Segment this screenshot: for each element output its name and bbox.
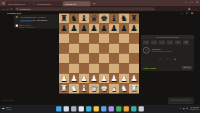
site-security-icon[interactable] bbox=[17, 8, 19, 10]
maximize-button[interactable]: □ bbox=[190, 1, 192, 4]
black-rook[interactable]: ♜ bbox=[59, 14, 69, 24]
taskbar-start-icon[interactable] bbox=[56, 106, 61, 111]
taskbar-app-orange-icon[interactable] bbox=[124, 106, 129, 111]
black-pawn[interactable]: ♟ bbox=[119, 24, 129, 34]
back-icon[interactable]: ← bbox=[3, 7, 5, 10]
square-a5[interactable] bbox=[59, 44, 69, 54]
square-a1[interactable]: ♜ bbox=[59, 84, 69, 94]
minimize-button[interactable]: – bbox=[185, 1, 186, 4]
takeback-icon[interactable]: ↶ bbox=[159, 58, 161, 61]
white-knight[interactable]: ♞ bbox=[119, 84, 129, 94]
square-h4[interactable] bbox=[129, 54, 139, 64]
taskbar-store-icon[interactable] bbox=[101, 106, 106, 111]
taskbar-widgets-icon[interactable] bbox=[79, 106, 84, 111]
square-b8[interactable]: ♞ bbox=[69, 14, 79, 24]
taskbar-app-green-icon[interactable] bbox=[116, 106, 121, 111]
browser-menu-icon[interactable]: ⋮ bbox=[195, 7, 198, 10]
square-d1[interactable]: ♛ bbox=[89, 84, 99, 94]
square-c4[interactable] bbox=[79, 54, 89, 64]
square-b1[interactable]: ♞ bbox=[69, 84, 79, 94]
player-link[interactable]: Anonymous bbox=[20, 19, 32, 21]
square-b5[interactable] bbox=[69, 44, 79, 54]
black-bishop[interactable]: ♝ bbox=[109, 14, 119, 24]
move-first-button[interactable]: « bbox=[143, 41, 149, 45]
taskbar-clock[interactable]: 7:46 PM 5/22/2023 bbox=[190, 106, 199, 110]
square-c7[interactable]: ♟ bbox=[79, 24, 89, 34]
square-h3[interactable] bbox=[129, 64, 139, 74]
square-e6[interactable] bbox=[99, 34, 109, 44]
game-meta-line: Correspondence • Casual bbox=[20, 16, 45, 18]
taskbar-edge-icon[interactable] bbox=[86, 106, 91, 111]
move-prev-button[interactable]: ‹ bbox=[151, 41, 157, 45]
resign-flag-icon[interactable]: ⚑ bbox=[174, 58, 176, 61]
black-pawn[interactable]: ♟ bbox=[59, 24, 69, 34]
show-desktop-button[interactable] bbox=[199, 106, 200, 113]
connection-status: Reconnecting bbox=[2, 100, 14, 102]
square-b6[interactable] bbox=[69, 34, 79, 44]
white-king[interactable]: ♚ bbox=[99, 84, 109, 94]
square-g1[interactable]: ♞ bbox=[119, 84, 129, 94]
white-bishop[interactable]: ♝ bbox=[79, 84, 89, 94]
black-bishop[interactable]: ♝ bbox=[79, 14, 89, 24]
game-side-panel: Correspondence game « ‹ › » ↻ ⚙ ! Your t… bbox=[141, 35, 194, 71]
white-bishop[interactable]: ♝ bbox=[109, 84, 119, 94]
square-d2[interactable]: ♟ bbox=[89, 74, 99, 84]
square-b2[interactable]: ♟ bbox=[69, 74, 79, 84]
taskbar-app-purple-icon[interactable] bbox=[109, 106, 114, 111]
square-h2[interactable]: ♟ bbox=[129, 74, 139, 84]
black-pawn[interactable]: ♟ bbox=[129, 24, 139, 34]
taskbar-task-view-icon[interactable] bbox=[71, 106, 76, 111]
square-d4[interactable] bbox=[89, 54, 99, 64]
clock-date: 5/22/2023 bbox=[190, 108, 199, 110]
white-queen[interactable]: ♛ bbox=[89, 84, 99, 94]
square-g3[interactable] bbox=[119, 64, 129, 74]
square-d8[interactable]: ♛ bbox=[89, 14, 99, 24]
browser-logo-icon bbox=[2, 2, 5, 5]
taskbar-app-gray-icon[interactable] bbox=[139, 106, 144, 111]
square-f5[interactable] bbox=[109, 44, 119, 54]
search-icon[interactable]: ○ bbox=[181, 12, 183, 15]
square-g8[interactable]: ♞ bbox=[119, 14, 129, 24]
black-rook[interactable]: ♜ bbox=[129, 14, 139, 24]
square-e1[interactable]: ♚ bbox=[99, 84, 109, 94]
square-g7[interactable]: ♟ bbox=[119, 24, 129, 34]
browser-profile-avatar[interactable] bbox=[188, 8, 191, 11]
reload-icon[interactable]: ↻ bbox=[11, 7, 13, 10]
square-e8[interactable]: ♚ bbox=[99, 14, 109, 24]
players-line: Anonymous vs Anonymous bbox=[20, 19, 47, 21]
square-h1[interactable]: ♜ bbox=[129, 84, 139, 94]
black-knight[interactable]: ♞ bbox=[119, 14, 129, 24]
white-pawn[interactable]: ♟ bbox=[109, 74, 119, 84]
black-pawn[interactable]: ♟ bbox=[69, 24, 79, 34]
square-a7[interactable]: ♟ bbox=[59, 24, 69, 34]
square-c3[interactable] bbox=[79, 64, 89, 74]
square-f6[interactable] bbox=[109, 34, 119, 44]
square-g6[interactable] bbox=[119, 34, 129, 44]
weather-condition: Cloudy bbox=[6, 108, 12, 110]
white-pawn[interactable]: ♟ bbox=[119, 74, 129, 84]
lichess-page: lichess.org Play Puzzles Learn Watch Com… bbox=[0, 12, 200, 106]
square-b7[interactable]: ♟ bbox=[69, 24, 79, 34]
bookmark-star-icon[interactable]: ☆ bbox=[153, 8, 155, 11]
white-rook[interactable]: ♜ bbox=[59, 84, 69, 94]
square-c1[interactable]: ♝ bbox=[79, 84, 89, 94]
system-tray: ∧ ▲ ◖ 7:46 PM 5/22/2023 bbox=[179, 106, 198, 110]
close-button[interactable]: × bbox=[196, 1, 198, 4]
windows-taskbar: ☁ 72°F Cloudy ∧ ▲ ◖ 7:46 PM 5/22/2023 bbox=[0, 105, 200, 113]
square-c2[interactable]: ♟ bbox=[79, 74, 89, 84]
white-pawn[interactable]: ♟ bbox=[99, 74, 109, 84]
square-f1[interactable]: ♝ bbox=[109, 84, 119, 94]
square-f3[interactable] bbox=[109, 64, 119, 74]
black-pawn[interactable]: ♟ bbox=[99, 24, 109, 34]
square-c5[interactable] bbox=[79, 44, 89, 54]
black-king[interactable]: ♚ bbox=[99, 14, 109, 24]
weather-icon: ☁ bbox=[2, 106, 5, 110]
square-h8[interactable]: ♜ bbox=[129, 14, 139, 24]
forward-icon[interactable]: → bbox=[7, 7, 9, 10]
square-d7[interactable]: ♟ bbox=[89, 24, 99, 34]
move-last-button[interactable]: » bbox=[167, 41, 173, 45]
black-knight[interactable]: ♞ bbox=[69, 14, 79, 24]
game-status-label: Game in progress bbox=[19, 27, 34, 29]
white-pawn[interactable]: ♟ bbox=[89, 74, 99, 84]
white-pawn[interactable]: ♟ bbox=[69, 74, 79, 84]
white-pawn[interactable]: ♟ bbox=[79, 74, 89, 84]
weather-widget[interactable]: ☁ 72°F Cloudy bbox=[2, 106, 13, 110]
turn-notice-subtitle: Unlimited time to move bbox=[152, 50, 173, 52]
board-settings-button[interactable]: ⚙ bbox=[183, 41, 189, 45]
resign-button[interactable]: RESIGN bbox=[181, 66, 192, 70]
square-f4[interactable] bbox=[109, 54, 119, 64]
square-a2[interactable]: ♟ bbox=[59, 74, 69, 84]
square-e4[interactable] bbox=[99, 54, 109, 64]
white-pawn[interactable]: ♟ bbox=[59, 74, 69, 84]
square-g2[interactable]: ♟ bbox=[119, 74, 129, 84]
taskbar-file-explorer-icon[interactable] bbox=[94, 106, 99, 111]
new-tab-button[interactable]: + bbox=[93, 2, 95, 5]
move-next-button[interactable]: › bbox=[159, 41, 165, 45]
side-to-move-icon bbox=[16, 25, 18, 27]
opponent-label: vs Anonymous bbox=[32, 19, 47, 21]
tray-chevron-icon[interactable]: ∧ bbox=[179, 107, 180, 109]
square-c6[interactable] bbox=[79, 34, 89, 44]
square-a3[interactable] bbox=[59, 64, 69, 74]
square-g5[interactable] bbox=[119, 44, 129, 54]
square-e5[interactable] bbox=[99, 44, 109, 54]
network-icon[interactable]: ▲ bbox=[183, 107, 185, 109]
offer-draw-icon[interactable]: ½ bbox=[166, 58, 168, 61]
address-bar[interactable]: lichess.org bbox=[15, 7, 155, 11]
desktop-screenshot: Play chess online Chess strategy lichess… bbox=[0, 0, 200, 113]
game-meta-box: ⚙ Correspondence • Casual Anonymous vs A… bbox=[14, 15, 62, 29]
taskbar-app-teal-icon[interactable] bbox=[131, 106, 136, 111]
square-d5[interactable] bbox=[89, 44, 99, 54]
black-pawn[interactable]: ♟ bbox=[79, 24, 89, 34]
screen: Play chess online Chess strategy lichess… bbox=[0, 0, 200, 113]
gear-icon[interactable]: ⚙ bbox=[186, 12, 188, 15]
panel-title: Correspondence game bbox=[141, 35, 194, 39]
turn-indicator-icon: ! bbox=[143, 47, 150, 54]
square-a4[interactable] bbox=[59, 54, 69, 64]
square-e7[interactable]: ♟ bbox=[99, 24, 109, 34]
chess-board[interactable]: ♜♞♝♛♚♝♞♜♟♟♟♟♟♟♟♟♟♟♟♟♟♟♟♟♜♞♝♛♚♝♞♜ bbox=[59, 14, 139, 94]
square-h7[interactable]: ♟ bbox=[129, 24, 139, 34]
setup-gear-icon: ⚙ bbox=[16, 16, 18, 19]
notification-toast bbox=[168, 98, 194, 105]
square-a6[interactable] bbox=[59, 34, 69, 44]
square-b3[interactable] bbox=[69, 64, 79, 74]
user-icon[interactable]: ● bbox=[191, 12, 193, 15]
taskbar-search-icon[interactable] bbox=[64, 106, 69, 111]
black-pawn[interactable]: ♟ bbox=[109, 24, 119, 34]
square-g4[interactable] bbox=[119, 54, 129, 64]
flip-board-button[interactable]: ↻ bbox=[175, 41, 181, 45]
square-c8[interactable]: ♝ bbox=[79, 14, 89, 24]
square-b4[interactable] bbox=[69, 54, 79, 64]
square-a8[interactable]: ♜ bbox=[59, 14, 69, 24]
toast-text-line bbox=[170, 100, 191, 101]
square-f8[interactable]: ♝ bbox=[109, 14, 119, 24]
square-d6[interactable] bbox=[89, 34, 99, 44]
black-queen[interactable]: ♛ bbox=[89, 14, 99, 24]
square-h6[interactable] bbox=[129, 34, 139, 44]
square-f7[interactable]: ♟ bbox=[109, 24, 119, 34]
square-e2[interactable]: ♟ bbox=[99, 74, 109, 84]
white-knight[interactable]: ♞ bbox=[69, 84, 79, 94]
square-e3[interactable] bbox=[99, 64, 109, 74]
white-rook[interactable]: ♜ bbox=[129, 84, 139, 94]
square-h5[interactable] bbox=[129, 44, 139, 54]
your-turn-badge: YOUR TURN bbox=[143, 67, 156, 69]
black-pawn[interactable]: ♟ bbox=[89, 24, 99, 34]
square-d3[interactable] bbox=[89, 64, 99, 74]
square-f2[interactable]: ♟ bbox=[109, 74, 119, 84]
white-pawn[interactable]: ♟ bbox=[129, 74, 139, 84]
taskbar-apps bbox=[56, 106, 144, 111]
volume-icon[interactable]: ◖ bbox=[186, 107, 187, 109]
